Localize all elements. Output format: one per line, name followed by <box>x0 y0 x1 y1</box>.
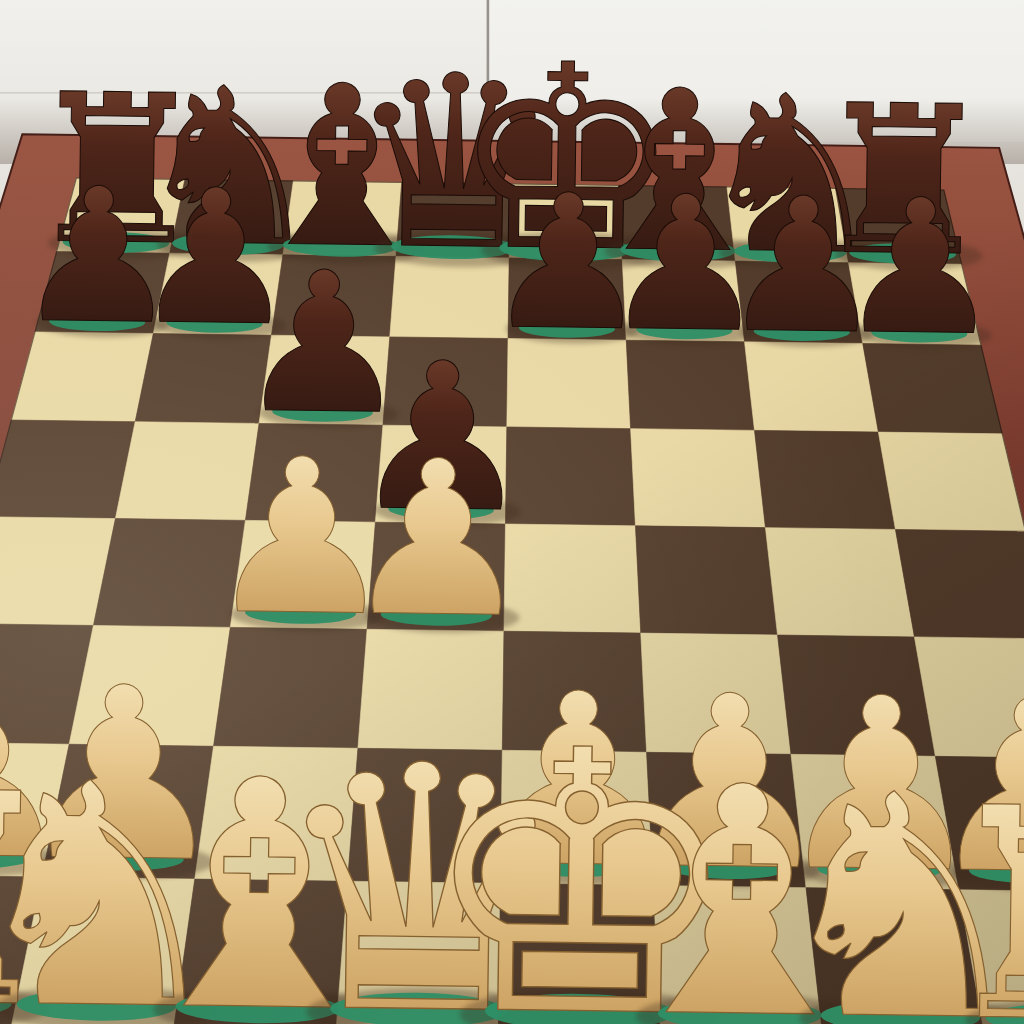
black-pawn-h7[interactable]: ♟ <box>836 159 1005 377</box>
square-h4[interactable] <box>894 529 1024 638</box>
square-a5[interactable] <box>0 420 135 519</box>
white-pawn-glyph: ♟ <box>340 414 535 665</box>
square-f4[interactable] <box>634 526 779 635</box>
square-g5[interactable] <box>753 430 897 529</box>
chessboard-photo: ♜♞♝♛♚♝♞♜♟♟♟♟♟♟♟♟♟♟♟♟♟♟♟♟♜♞♝♛♚♝♞♜ <box>0 0 1024 1024</box>
white-rook-h1[interactable]: ♜ <box>930 745 1024 1024</box>
black-pawn-glyph: ♟ <box>836 159 1005 377</box>
square-g4[interactable] <box>764 528 916 637</box>
square-h5[interactable] <box>877 432 1024 531</box>
square-f5[interactable] <box>629 429 767 528</box>
white-rook-glyph: ♜ <box>930 745 1024 1024</box>
photo-scene: ♜♞♝♛♚♝♞♜♟♟♟♟♟♟♟♟♟♟♟♟♟♟♟♟♜♞♝♛♚♝♞♜ <box>0 0 1024 1024</box>
white-pawn-d4[interactable]: ♟ <box>340 414 535 665</box>
